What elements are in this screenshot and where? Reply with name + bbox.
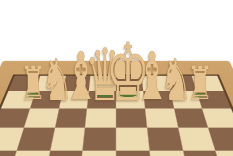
square-h4[interactable] — [216, 151, 233, 156]
rook-piece[interactable]: ♜ — [187, 60, 213, 106]
square-f5[interactable] — [147, 128, 183, 151]
square-e4[interactable] — [116, 151, 152, 156]
square-d4[interactable] — [80, 151, 116, 156]
square-d5[interactable] — [83, 128, 116, 151]
chess-photo-scene: Angled overhead photo of a wooden chessb… — [0, 0, 233, 156]
square-e5[interactable] — [116, 128, 149, 151]
square-b5[interactable] — [16, 128, 54, 151]
square-c5[interactable] — [50, 128, 86, 151]
square-c4[interactable] — [44, 151, 83, 156]
square-h6[interactable] — [202, 108, 233, 128]
